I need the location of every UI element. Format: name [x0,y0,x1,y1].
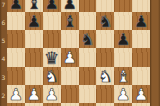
square-g4[interactable] [114,48,132,66]
rank-label-6: 6 [0,20,7,26]
square-c6[interactable] [43,12,61,30]
square-e2[interactable] [79,85,97,103]
board-right-border [150,0,160,106]
rank-label-4: 4 [0,56,7,62]
square-h3[interactable] [132,67,150,85]
chess-board[interactable]: ♟♝♟♟♟♝♞♟♞♟♛♟♞♞♝♟♟♟♟♟ [7,0,150,106]
black-pawn-a7[interactable]: ♟ [9,0,23,11]
square-f3[interactable]: ♞ [96,67,114,85]
black-pawn-d7[interactable]: ♟ [62,0,76,11]
square-c1[interactable] [43,103,61,106]
square-h2[interactable]: ♟ [132,85,150,103]
black-pawn-c7[interactable]: ♟ [45,0,59,11]
square-c4[interactable]: ♛ [43,48,61,66]
white-bishop-g3[interactable]: ♝ [116,68,130,84]
square-f5[interactable] [96,30,114,48]
white-knight-f3[interactable]: ♞ [98,68,112,84]
white-pawn-c2[interactable]: ♟ [45,87,59,103]
square-a1[interactable] [7,103,25,106]
black-pawn-h6[interactable]: ♟ [134,13,148,29]
square-f4[interactable] [96,48,114,66]
square-d2[interactable] [61,85,79,103]
square-e1[interactable] [79,103,97,106]
square-g1[interactable] [114,103,132,106]
square-b1[interactable] [25,103,43,106]
square-b7[interactable]: ♝ [25,0,43,12]
white-knight-c3[interactable]: ♞ [45,68,59,84]
square-f7[interactable] [96,0,114,12]
square-f6[interactable]: ♞ [96,12,114,30]
rank-label-2: 2 [0,93,7,99]
white-pawn-h2[interactable]: ♟ [134,87,148,103]
square-e3[interactable] [79,67,97,85]
black-knight-e5[interactable]: ♞ [80,32,94,48]
square-h4[interactable] [132,48,150,66]
rank-label-7: 7 [0,2,7,8]
square-b4[interactable] [25,48,43,66]
square-b2[interactable]: ♟ [25,85,43,103]
square-d6[interactable]: ♝ [61,12,79,30]
square-c5[interactable] [43,30,61,48]
white-pawn-a2[interactable]: ♟ [9,87,23,103]
square-a4[interactable] [7,48,25,66]
square-e5[interactable]: ♞ [79,30,97,48]
square-d1[interactable] [61,103,79,106]
chess-board-frame: ♟♝♟♟♟♝♞♟♞♟♛♟♞♞♝♟♟♟♟♟ 765432 [0,0,160,106]
square-f2[interactable] [96,85,114,103]
square-g7[interactable] [114,0,132,12]
square-b6[interactable]: ♟ [25,12,43,30]
black-pawn-g5[interactable]: ♟ [116,32,130,48]
white-pawn-g2[interactable]: ♟ [116,87,130,103]
square-d4[interactable]: ♟ [61,48,79,66]
square-c3[interactable]: ♞ [43,67,61,85]
square-b3[interactable] [25,67,43,85]
square-g3[interactable]: ♝ [114,67,132,85]
black-pawn-b6[interactable]: ♟ [27,13,41,29]
square-b5[interactable] [25,30,43,48]
square-h1[interactable] [132,103,150,106]
white-pawn-d4[interactable]: ♟ [62,50,76,66]
square-h7[interactable] [132,0,150,12]
square-d5[interactable] [61,30,79,48]
square-a2[interactable]: ♟ [7,85,25,103]
square-h6[interactable]: ♟ [132,12,150,30]
white-pawn-b2[interactable]: ♟ [27,87,41,103]
black-queen-c4[interactable]: ♛ [44,49,59,66]
board-left-border: 765432 [0,0,7,106]
square-g2[interactable]: ♟ [114,85,132,103]
square-g6[interactable] [114,12,132,30]
square-e7[interactable] [79,0,97,12]
square-a7[interactable]: ♟ [7,0,25,12]
square-h5[interactable] [132,30,150,48]
square-a5[interactable] [7,30,25,48]
square-f1[interactable] [96,103,114,106]
rank-label-3: 3 [0,75,7,81]
square-a6[interactable] [7,12,25,30]
square-c2[interactable]: ♟ [43,85,61,103]
square-e6[interactable] [79,12,97,30]
square-c7[interactable]: ♟ [43,0,61,12]
square-e4[interactable] [79,48,97,66]
black-bishop-b7[interactable]: ♝ [27,0,41,11]
black-knight-f6[interactable]: ♞ [98,13,112,29]
black-bishop-d6[interactable]: ♝ [62,13,76,29]
square-d3[interactable] [61,67,79,85]
square-d7[interactable]: ♟ [61,0,79,12]
square-g5[interactable]: ♟ [114,30,132,48]
square-a3[interactable] [7,67,25,85]
rank-label-5: 5 [0,38,7,44]
